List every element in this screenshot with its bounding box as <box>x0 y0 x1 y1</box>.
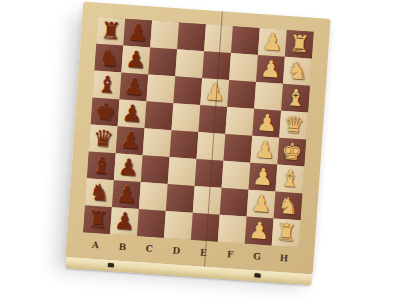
square-e8[interactable] <box>204 24 233 53</box>
square-f4[interactable] <box>223 134 252 163</box>
square-b3[interactable]: ♟ <box>114 153 143 182</box>
dark-bishop: ♝ <box>96 73 118 97</box>
file-label-f: F <box>216 249 244 265</box>
square-g5[interactable]: ♟ <box>252 109 281 138</box>
square-c8[interactable] <box>150 21 179 50</box>
light-rook: ♜ <box>288 32 310 56</box>
square-d8[interactable] <box>177 22 206 51</box>
square-d1[interactable] <box>164 211 193 240</box>
square-c5[interactable] <box>145 101 174 130</box>
hinge-screw <box>108 263 114 267</box>
square-b7[interactable]: ♟ <box>121 46 150 75</box>
square-d3[interactable] <box>168 157 197 186</box>
square-h5[interactable]: ♛ <box>279 111 308 140</box>
square-a3[interactable]: ♝ <box>87 151 116 180</box>
square-g2[interactable]: ♟ <box>247 190 276 219</box>
square-h6[interactable]: ♝ <box>281 84 310 113</box>
square-f1[interactable] <box>218 215 247 244</box>
dark-pawn: ♟ <box>123 75 145 99</box>
square-g8[interactable]: ♟ <box>258 28 287 57</box>
dark-pawn: ♟ <box>119 129 141 153</box>
file-label-d: D <box>162 245 190 261</box>
square-a2[interactable]: ♞ <box>85 178 114 207</box>
photo-background: ♜♟♟♜♞♟♟♞♝♟♟♝♚♟♟♛♛♟♟♚♝♟♟♝♞♟♟♞♜♟♟♜ ABCDEFG… <box>0 0 400 300</box>
square-a6[interactable]: ♝ <box>93 71 122 100</box>
square-a8[interactable]: ♜ <box>96 17 125 46</box>
light-pawn: ♟ <box>250 192 272 216</box>
light-pawn: ♟ <box>261 30 283 54</box>
square-d7[interactable] <box>175 49 204 78</box>
square-c1[interactable] <box>137 209 166 238</box>
light-pawn: ♟ <box>252 165 274 189</box>
dark-knight: ♞ <box>88 181 110 205</box>
square-f3[interactable] <box>222 161 251 190</box>
square-b6[interactable]: ♟ <box>119 72 148 101</box>
light-knight: ♞ <box>277 194 299 218</box>
square-f2[interactable] <box>220 188 249 217</box>
square-c6[interactable] <box>146 74 175 103</box>
light-pawn: ♟ <box>256 111 278 135</box>
dark-pawn: ♟ <box>117 156 139 180</box>
dark-bishop: ♝ <box>90 154 112 178</box>
square-b4[interactable]: ♟ <box>116 126 145 155</box>
square-c2[interactable] <box>139 182 168 211</box>
dark-rook: ♜ <box>86 208 108 232</box>
dark-pawn: ♟ <box>115 182 137 206</box>
light-king: ♚ <box>281 140 303 164</box>
file-label-h: H <box>270 252 298 268</box>
square-g3[interactable]: ♟ <box>249 163 278 192</box>
square-e1[interactable] <box>191 213 220 242</box>
square-d4[interactable] <box>170 130 199 159</box>
square-h1[interactable]: ♜ <box>272 218 301 247</box>
square-a4[interactable]: ♛ <box>89 124 118 153</box>
square-f7[interactable] <box>229 53 258 82</box>
light-pawn: ♟ <box>204 80 226 104</box>
light-knight: ♞ <box>286 59 308 83</box>
square-d5[interactable] <box>171 103 200 132</box>
dark-pawn: ♟ <box>121 102 143 126</box>
dark-queen: ♛ <box>92 127 114 151</box>
square-c3[interactable] <box>141 155 170 184</box>
file-label-b: B <box>109 241 137 257</box>
light-rook: ♜ <box>275 221 297 245</box>
square-f5[interactable] <box>225 107 254 136</box>
square-g7[interactable]: ♟ <box>256 55 285 84</box>
square-e6[interactable]: ♟ <box>200 78 229 107</box>
board-squares-grid: ♜♟♟♜♞♟♟♞♝♟♟♝♚♟♟♛♛♟♟♚♝♟♟♝♞♟♟♞♜♟♟♜ <box>83 17 314 248</box>
square-h2[interactable]: ♞ <box>274 192 303 221</box>
square-a7[interactable]: ♞ <box>94 44 123 73</box>
square-g1[interactable]: ♟ <box>245 217 274 246</box>
square-g6[interactable] <box>254 82 283 111</box>
dark-king: ♚ <box>94 100 116 124</box>
chessboard: ♜♟♟♜♞♟♟♞♝♟♟♝♚♟♟♛♛♟♟♚♝♟♟♝♞♟♟♞♜♟♟♜ ABCDEFG… <box>65 2 330 275</box>
file-label-e: E <box>189 247 217 263</box>
square-c4[interactable] <box>143 128 172 157</box>
square-d2[interactable] <box>166 184 195 213</box>
dark-pawn: ♟ <box>127 21 149 45</box>
square-b1[interactable]: ♟ <box>110 207 139 236</box>
square-b2[interactable]: ♟ <box>112 180 141 209</box>
file-label-a: A <box>82 239 110 255</box>
square-b5[interactable]: ♟ <box>118 99 147 128</box>
square-c7[interactable] <box>148 47 177 76</box>
square-e5[interactable] <box>198 105 227 134</box>
square-e3[interactable] <box>195 159 224 188</box>
square-e7[interactable] <box>202 51 231 80</box>
square-h7[interactable]: ♞ <box>283 57 312 86</box>
square-e2[interactable] <box>193 186 222 215</box>
file-label-c: C <box>136 243 164 259</box>
square-a1[interactable]: ♜ <box>83 205 112 234</box>
square-b8[interactable]: ♟ <box>123 19 152 48</box>
square-g4[interactable]: ♟ <box>250 136 279 165</box>
hinge-screw <box>255 273 261 277</box>
file-label-g: G <box>243 251 271 267</box>
square-h4[interactable]: ♚ <box>277 138 306 167</box>
square-a5[interactable]: ♚ <box>91 98 120 127</box>
square-e4[interactable] <box>197 132 226 161</box>
light-bishop: ♝ <box>284 86 306 110</box>
dark-knight: ♞ <box>98 46 120 70</box>
light-pawn: ♟ <box>259 57 281 81</box>
dark-pawn: ♟ <box>113 209 135 233</box>
dark-pawn: ♟ <box>125 48 147 72</box>
dark-rook: ♜ <box>100 19 122 43</box>
square-h8[interactable]: ♜ <box>285 30 314 59</box>
square-f8[interactable] <box>231 26 260 55</box>
light-queen: ♛ <box>283 113 305 137</box>
square-d6[interactable] <box>173 76 202 105</box>
square-h3[interactable]: ♝ <box>275 165 304 194</box>
square-f6[interactable] <box>227 80 256 109</box>
light-pawn: ♟ <box>248 219 270 243</box>
light-pawn: ♟ <box>254 138 276 162</box>
light-bishop: ♝ <box>279 167 301 191</box>
